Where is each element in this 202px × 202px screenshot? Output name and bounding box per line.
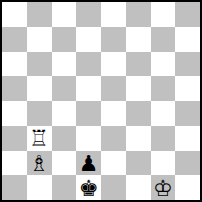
square-b3[interactable]: ♖	[27, 126, 52, 151]
square-b5[interactable]	[27, 76, 52, 101]
square-e5[interactable]	[101, 76, 126, 101]
square-f7[interactable]	[126, 27, 151, 52]
square-b2[interactable]: ♗	[27, 151, 52, 176]
square-f2[interactable]	[126, 151, 151, 176]
square-d1[interactable]: ♚	[76, 175, 101, 200]
square-e2[interactable]	[101, 151, 126, 176]
black-pawn-piece: ♟	[79, 153, 99, 175]
square-g5[interactable]	[151, 76, 176, 101]
square-e4[interactable]	[101, 101, 126, 126]
square-f8[interactable]	[126, 2, 151, 27]
square-f3[interactable]	[126, 126, 151, 151]
square-c5[interactable]	[52, 76, 77, 101]
square-b4[interactable]	[27, 101, 52, 126]
square-c6[interactable]	[52, 52, 77, 77]
square-b7[interactable]	[27, 27, 52, 52]
square-h2[interactable]	[175, 151, 200, 176]
square-a6[interactable]	[2, 52, 27, 77]
black-king-piece: ♚	[79, 178, 99, 200]
square-c2[interactable]	[52, 151, 77, 176]
square-c1[interactable]	[52, 175, 77, 200]
square-h8[interactable]	[175, 2, 200, 27]
square-g4[interactable]	[151, 101, 176, 126]
square-d3[interactable]	[76, 126, 101, 151]
square-a4[interactable]	[2, 101, 27, 126]
square-e3[interactable]	[101, 126, 126, 151]
square-d7[interactable]	[76, 27, 101, 52]
square-c8[interactable]	[52, 2, 77, 27]
square-a8[interactable]	[2, 2, 27, 27]
square-h1[interactable]	[175, 175, 200, 200]
square-h6[interactable]	[175, 52, 200, 77]
square-a5[interactable]	[2, 76, 27, 101]
square-c7[interactable]	[52, 27, 77, 52]
square-d8[interactable]	[76, 2, 101, 27]
square-e6[interactable]	[101, 52, 126, 77]
square-c4[interactable]	[52, 101, 77, 126]
square-d6[interactable]	[76, 52, 101, 77]
square-a2[interactable]	[2, 151, 27, 176]
square-a7[interactable]	[2, 27, 27, 52]
square-d2[interactable]: ♟	[76, 151, 101, 176]
square-g6[interactable]	[151, 52, 176, 77]
square-f1[interactable]	[126, 175, 151, 200]
square-f5[interactable]	[126, 76, 151, 101]
square-a1[interactable]	[2, 175, 27, 200]
square-d4[interactable]	[76, 101, 101, 126]
square-h7[interactable]	[175, 27, 200, 52]
square-g1[interactable]: ♔	[151, 175, 176, 200]
square-b6[interactable]	[27, 52, 52, 77]
square-h5[interactable]	[175, 76, 200, 101]
square-g8[interactable]	[151, 2, 176, 27]
square-g7[interactable]	[151, 27, 176, 52]
square-g3[interactable]	[151, 126, 176, 151]
square-g2[interactable]	[151, 151, 176, 176]
square-h4[interactable]	[175, 101, 200, 126]
square-a3[interactable]	[2, 126, 27, 151]
square-d5[interactable]	[76, 76, 101, 101]
white-bishop-piece: ♗	[29, 153, 49, 175]
white-rook-piece: ♖	[29, 128, 49, 150]
square-b8[interactable]	[27, 2, 52, 27]
square-f4[interactable]	[126, 101, 151, 126]
square-h3[interactable]	[175, 126, 200, 151]
square-e1[interactable]	[101, 175, 126, 200]
square-e8[interactable]	[101, 2, 126, 27]
chess-board: ♖♗♟♚♔	[0, 0, 202, 202]
white-king-piece: ♔	[153, 178, 173, 200]
square-c3[interactable]	[52, 126, 77, 151]
square-b1[interactable]	[27, 175, 52, 200]
square-e7[interactable]	[101, 27, 126, 52]
square-f6[interactable]	[126, 52, 151, 77]
